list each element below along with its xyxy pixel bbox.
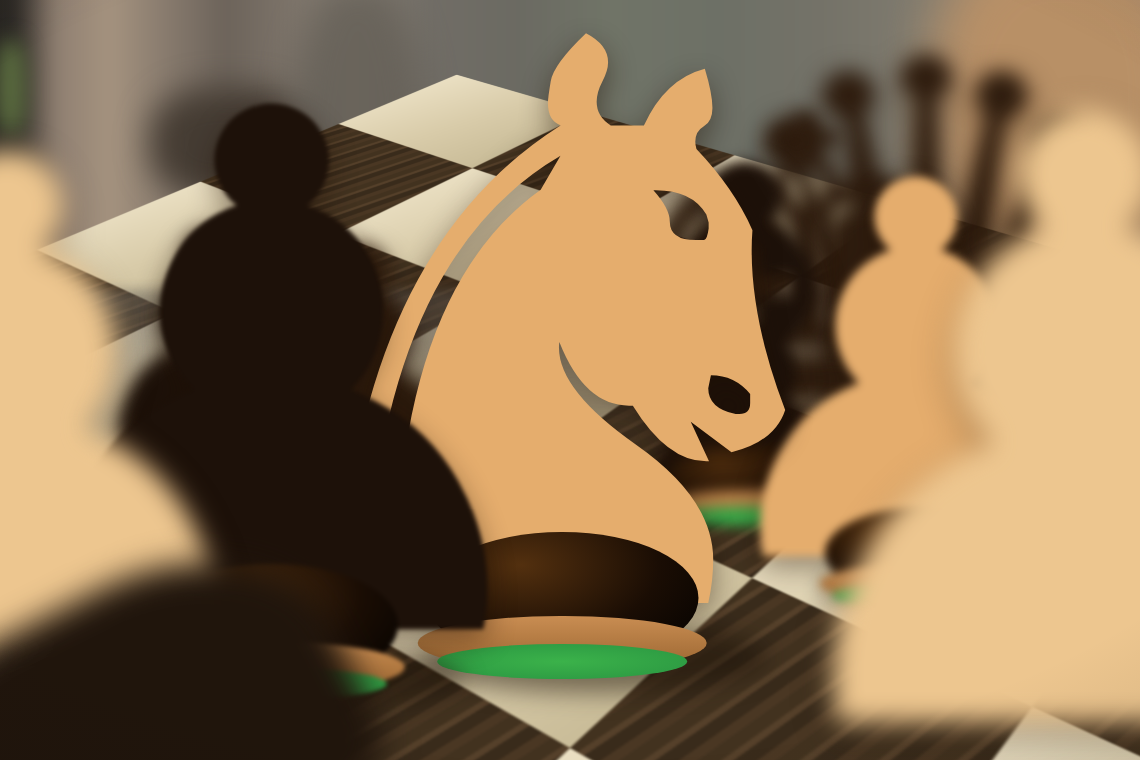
white-pawn-glyph: ♟	[708, 11, 1140, 760]
chess-set-photograph: ♞♟♟♟♟♝♚♛♟♟	[0, 0, 1140, 760]
